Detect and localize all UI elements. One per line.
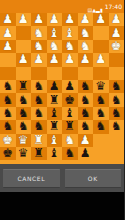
black-pawn: ♟ [80, 147, 91, 160]
black-queen: ♛ [18, 147, 29, 160]
white-knight: ♞ [33, 27, 44, 40]
board-square[interactable]: ♟ [78, 13, 94, 26]
board-square[interactable]: ♞ [16, 107, 32, 120]
white-pawn: ♟ [64, 13, 75, 26]
black-knight: ♞ [80, 120, 91, 133]
white-pawn: ♟ [2, 40, 13, 53]
board-square[interactable]: ♞ [0, 80, 16, 93]
white-pawn: ♟ [80, 134, 91, 147]
black-knight: ♞ [95, 94, 106, 107]
board-square[interactable]: ♞ [0, 107, 16, 120]
board-square[interactable]: ♞ [31, 120, 47, 133]
palette-square[interactable]: ♛ [16, 147, 32, 160]
board-square[interactable]: ♞ [93, 93, 109, 106]
ok-button[interactable]: OK [65, 169, 122, 188]
board-square[interactable]: ♚ [109, 40, 125, 53]
board-square[interactable] [47, 67, 63, 80]
board-square[interactable]: ♟ [47, 13, 63, 26]
board-square[interactable]: ♞ [16, 120, 32, 133]
board-row: ♞♞♞♜♚♞♞♞ [0, 93, 124, 106]
board-square[interactable]: ♞ [109, 80, 125, 93]
board-square[interactable]: ♞ [109, 120, 125, 133]
palette-square[interactable]: ♞ [62, 134, 78, 147]
board-square[interactable]: ♟ [16, 13, 32, 26]
board-square[interactable]: ♝ [47, 26, 63, 39]
board-square[interactable]: ♟ [31, 13, 47, 26]
board-square[interactable]: ♟ [31, 53, 47, 66]
board-square[interactable]: ♞ [78, 120, 94, 133]
board-square[interactable]: ♞ [78, 26, 94, 39]
board-square[interactable]: ♜ [47, 93, 63, 106]
black-knight: ♞ [33, 107, 44, 120]
board-square[interactable]: ♞ [47, 40, 63, 53]
board-square[interactable]: ♟ [0, 13, 16, 26]
board-square[interactable]: ♞ [31, 107, 47, 120]
black-rook: ♜ [33, 147, 44, 160]
white-pawn: ♟ [80, 53, 91, 66]
board-square[interactable]: ♝ [62, 107, 78, 120]
board-row [0, 67, 124, 80]
black-king: ♚ [64, 94, 75, 107]
white-knight: ♞ [80, 27, 91, 40]
palette-square[interactable] [109, 147, 125, 160]
board-square[interactable]: ♞ [78, 93, 94, 106]
palette-square[interactable]: ♜ [31, 134, 47, 147]
board-square[interactable]: ♞ [93, 120, 109, 133]
white-queen: ♛ [18, 134, 29, 147]
black-knight: ♞ [80, 107, 91, 120]
board-square[interactable] [0, 67, 16, 80]
dialog-button-bar: CANCEL OK [0, 164, 124, 192]
board-row: ♞♜♞♟♟♞♛♞ [0, 80, 124, 93]
black-knight: ♞ [18, 94, 29, 107]
white-king: ♚ [2, 134, 13, 147]
board-square[interactable] [62, 67, 78, 80]
white-bishop: ♝ [49, 134, 60, 147]
board-square[interactable]: ♞ [31, 80, 47, 93]
black-knight: ♞ [2, 107, 13, 120]
navigation-bar [0, 192, 124, 220]
white-knight: ♞ [49, 40, 60, 53]
palette-row: ♚♛♜♝♞♟ [0, 147, 124, 160]
board-square[interactable] [16, 26, 32, 39]
white-pawn: ♟ [18, 53, 29, 66]
white-knight: ♞ [64, 40, 75, 53]
white-pawn: ♟ [64, 53, 75, 66]
board-square[interactable] [93, 67, 109, 80]
board-square[interactable]: ♟ [109, 26, 125, 39]
board-square[interactable] [16, 67, 32, 80]
board-square[interactable]: ♟ [78, 53, 94, 66]
black-knight: ♞ [33, 94, 44, 107]
white-pawn: ♟ [80, 13, 91, 26]
black-knight: ♞ [111, 120, 122, 133]
board-square[interactable]: ♟ [93, 13, 109, 26]
black-knight: ♞ [2, 120, 13, 133]
black-knight: ♞ [95, 120, 106, 133]
palette-square[interactable]: ♞ [62, 147, 78, 160]
board-row: ♞♞♞♝♝♞♞♞ [0, 107, 124, 120]
black-bishop: ♝ [49, 107, 60, 120]
board-square[interactable]: ♞ [93, 107, 109, 120]
board-square[interactable] [31, 67, 47, 80]
board-square[interactable]: ♚ [62, 93, 78, 106]
board-square[interactable]: ♟ [109, 13, 125, 26]
board-square[interactable]: ♟ [47, 80, 63, 93]
black-knight: ♞ [2, 94, 13, 107]
palette-square[interactable]: ♛ [16, 134, 32, 147]
palette-square[interactable]: ♝ [47, 147, 63, 160]
board-square[interactable]: ♞ [0, 120, 16, 133]
board-square[interactable]: ♞ [78, 40, 94, 53]
black-knight: ♞ [111, 94, 122, 107]
chess-board: ♟♟♟♟♟♟♟♟♟♞♝♝♞♟♟♞♞♞♞♚♟♟♟♟♟♟♞♜♞♟♟♞♛♞♞♞♞♜♚♞… [0, 13, 124, 160]
board-square[interactable]: ♟ [0, 26, 16, 39]
board-square[interactable]: ♞ [31, 26, 47, 39]
status-clock: 17:40 [105, 4, 122, 10]
board-square[interactable]: ♞ [78, 107, 94, 120]
cancel-button[interactable]: CANCEL [3, 169, 60, 188]
white-bishop: ♝ [64, 27, 75, 40]
board-square[interactable]: ♟ [62, 80, 78, 93]
black-king: ♚ [2, 147, 13, 160]
palette-square[interactable]: ♚ [0, 134, 16, 147]
black-rook: ♜ [18, 80, 29, 93]
board-square[interactable]: ♟ [0, 40, 16, 53]
white-pawn: ♟ [49, 53, 60, 66]
white-pawn: ♟ [111, 13, 122, 26]
board-square[interactable]: ♞ [78, 80, 94, 93]
palette-square[interactable]: ♝ [47, 134, 63, 147]
black-rook: ♜ [49, 120, 60, 133]
black-knight: ♞ [18, 107, 29, 120]
black-bishop: ♝ [49, 147, 60, 160]
black-knight: ♞ [111, 80, 122, 93]
board-square[interactable]: ♛ [93, 80, 109, 93]
white-knight: ♞ [33, 40, 44, 53]
white-pawn: ♟ [33, 53, 44, 66]
white-pawn: ♟ [18, 13, 29, 26]
board-square[interactable]: ♞ [109, 107, 125, 120]
black-knight: ♞ [111, 107, 122, 120]
white-rook: ♜ [33, 134, 44, 147]
board-square[interactable] [0, 53, 16, 66]
white-knight: ♞ [64, 134, 75, 147]
board-square[interactable] [93, 40, 109, 53]
board-square[interactable]: ♜ [62, 120, 78, 133]
black-rook: ♜ [64, 120, 75, 133]
palette-row: ♚♛♜♝♞♟ [0, 134, 124, 147]
white-bishop: ♝ [49, 27, 60, 40]
board-square[interactable]: ♞ [62, 40, 78, 53]
board-row: ♟♟♟♟♟♟ [0, 53, 124, 66]
palette-square[interactable] [93, 134, 109, 147]
black-knight: ♞ [80, 80, 91, 93]
board-square[interactable]: ♟ [62, 53, 78, 66]
board-square[interactable]: ♞ [109, 93, 125, 106]
board-square[interactable]: ♟ [62, 13, 78, 26]
white-pawn: ♟ [2, 27, 13, 40]
palette-square[interactable]: ♟ [78, 147, 94, 160]
board-square[interactable]: ♜ [47, 120, 63, 133]
board-square[interactable]: ♞ [31, 40, 47, 53]
board-square[interactable]: ♞ [31, 93, 47, 106]
board-row: ♟♞♞♞♞♚ [0, 40, 124, 53]
palette-square[interactable]: ♟ [78, 134, 94, 147]
phone-screen: ▤▲▃▮ 17:40 ♟♟♟♟♟♟♟♟♟♞♝♝♞♟♟♞♞♞♞♚♟♟♟♟♟♟♞♜♞… [0, 0, 124, 220]
black-bishop: ♝ [64, 107, 75, 120]
black-knight: ♞ [64, 147, 75, 160]
white-pawn: ♟ [95, 53, 106, 66]
black-knight: ♞ [33, 120, 44, 133]
palette-square[interactable] [109, 134, 125, 147]
black-knight: ♞ [80, 94, 91, 107]
black-knight: ♞ [33, 80, 44, 93]
black-knight: ♞ [2, 80, 13, 93]
white-pawn: ♟ [2, 13, 13, 26]
board-square[interactable]: ♝ [47, 107, 63, 120]
board-square[interactable]: ♟ [93, 53, 109, 66]
status-bar: ▤▲▃▮ 17:40 [0, 0, 124, 13]
black-knight: ♞ [18, 120, 29, 133]
white-pawn: ♟ [33, 13, 44, 26]
palette-square[interactable]: ♚ [0, 147, 16, 160]
board-square[interactable]: ♞ [0, 93, 16, 106]
board-square[interactable] [16, 40, 32, 53]
black-queen: ♛ [95, 80, 106, 93]
white-pawn: ♟ [111, 27, 122, 40]
board-square[interactable] [109, 67, 125, 80]
board-square[interactable]: ♞ [16, 93, 32, 106]
board-square[interactable]: ♜ [16, 80, 32, 93]
white-pawn: ♟ [49, 13, 60, 26]
board-row: ♟♟♟♟♟♟♟♟ [0, 13, 124, 26]
black-knight: ♞ [95, 107, 106, 120]
black-pawn: ♟ [64, 80, 75, 93]
board-square[interactable]: ♝ [62, 26, 78, 39]
white-knight: ♞ [80, 40, 91, 53]
board-square[interactable]: ♟ [47, 53, 63, 66]
palette-square[interactable] [93, 147, 109, 160]
board-square[interactable] [78, 67, 94, 80]
black-rook: ♜ [49, 94, 60, 107]
board-row: ♞♞♞♜♜♞♞♞ [0, 120, 124, 133]
board-row: ♟♞♝♝♞♟ [0, 26, 124, 39]
white-king: ♚ [111, 40, 122, 53]
board-square[interactable] [109, 53, 125, 66]
white-pawn: ♟ [95, 13, 106, 26]
board-square[interactable] [93, 26, 109, 39]
board-square[interactable]: ♟ [16, 53, 32, 66]
black-pawn: ♟ [49, 80, 60, 93]
palette-square[interactable]: ♜ [31, 147, 47, 160]
